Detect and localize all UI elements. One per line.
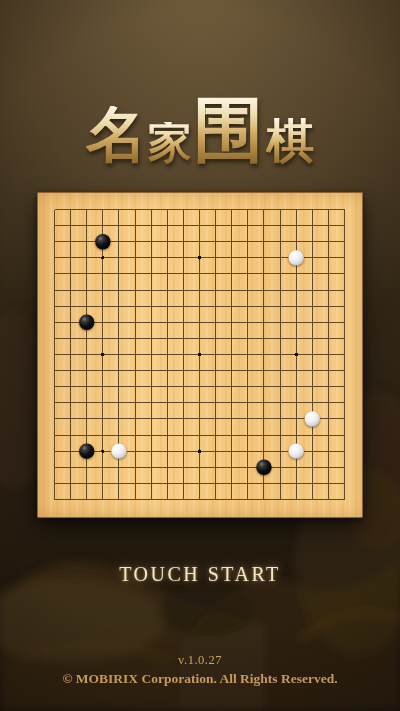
app-screen[interactable]: 名 家 围 棋 [0, 0, 400, 711]
black-stone [79, 443, 94, 458]
title-char-jia: 家 [148, 122, 192, 164]
star-point [101, 449, 104, 452]
touch-start-label[interactable]: TOUCH START [0, 563, 400, 586]
black-stone [95, 234, 110, 249]
black-stone [256, 460, 271, 475]
title-char-qi: 棋 [266, 118, 314, 164]
game-title: 名 家 围 棋 [0, 94, 400, 164]
title-char-wei: 围 [193, 97, 264, 164]
white-stone [305, 411, 320, 426]
black-stone [79, 315, 94, 330]
star-point [294, 353, 297, 356]
star-point [198, 256, 201, 259]
board-grid [54, 209, 345, 500]
star-point [198, 449, 201, 452]
copyright-label: © MOBIRIX Corporation. All Rights Reserv… [0, 671, 400, 687]
star-point [101, 353, 104, 356]
white-stone [288, 443, 303, 458]
title-char-ming: 名 [86, 106, 147, 164]
star-point [101, 256, 104, 259]
white-stone [111, 443, 126, 458]
go-board[interactable] [37, 192, 363, 518]
star-point [198, 353, 201, 356]
version-label: v.1.0.27 [0, 653, 400, 668]
white-stone [288, 250, 303, 265]
